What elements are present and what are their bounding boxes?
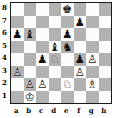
piece-black-pawn-f7[interactable]: ♟ xyxy=(75,16,85,29)
square-e4[interactable] xyxy=(61,53,74,66)
square-f7[interactable]: ♟ xyxy=(74,16,87,29)
square-d1[interactable] xyxy=(49,91,62,104)
square-c4[interactable]: ♟ xyxy=(36,53,49,66)
square-f2[interactable] xyxy=(74,78,87,91)
file-label-h: h xyxy=(98,105,111,117)
square-g7[interactable] xyxy=(86,16,99,29)
piece-black-bishop-b6[interactable]: ♝ xyxy=(25,28,35,41)
rank-label-2: 2 xyxy=(0,77,9,90)
piece-black-king-e8[interactable]: ♚ xyxy=(62,3,72,16)
square-h4[interactable] xyxy=(99,53,112,66)
piece-white-pawn-b2[interactable]: ♙ xyxy=(25,78,35,91)
square-b1[interactable]: ♔ xyxy=(24,91,37,104)
square-g1[interactable] xyxy=(86,91,99,104)
piece-white-pawn-g4[interactable]: ♙ xyxy=(87,53,97,66)
square-g8[interactable] xyxy=(86,3,99,16)
chess-diagram: ♚♟♟♝♟♝♞♟♘♟♙♙♙♙♙♘♗♔ 87654321 abcdefgh xyxy=(0,0,118,118)
square-b5[interactable] xyxy=(24,41,37,54)
square-f8[interactable] xyxy=(74,3,87,16)
square-a3[interactable]: ♙ xyxy=(11,66,24,79)
square-h6[interactable] xyxy=(99,28,112,41)
square-c1[interactable] xyxy=(36,91,49,104)
square-h8[interactable] xyxy=(99,3,112,16)
square-c6[interactable] xyxy=(36,28,49,41)
square-f4[interactable]: ♟ xyxy=(74,53,87,66)
square-h7[interactable] xyxy=(99,16,112,29)
square-d3[interactable] xyxy=(49,66,62,79)
piece-black-knight-e5[interactable]: ♞ xyxy=(62,41,72,54)
square-b8[interactable] xyxy=(24,3,37,16)
piece-white-pawn-f3[interactable]: ♙ xyxy=(75,66,85,79)
square-h2[interactable] xyxy=(99,78,112,91)
square-h1[interactable] xyxy=(99,91,112,104)
square-d7[interactable] xyxy=(49,16,62,29)
rank-label-5: 5 xyxy=(0,40,9,53)
square-a2[interactable] xyxy=(11,78,24,91)
square-h3[interactable] xyxy=(99,66,112,79)
square-b2[interactable]: ♙ xyxy=(24,78,37,91)
rank-label-1: 1 xyxy=(0,90,9,103)
square-d2[interactable] xyxy=(49,78,62,91)
square-g6[interactable] xyxy=(86,28,99,41)
piece-white-pawn-a3[interactable]: ♙ xyxy=(12,66,22,79)
square-b6[interactable]: ♝ xyxy=(24,28,37,41)
square-e2[interactable]: ♘ xyxy=(61,78,74,91)
square-e6[interactable]: ♟ xyxy=(61,28,74,41)
square-e1[interactable] xyxy=(61,91,74,104)
square-d8[interactable] xyxy=(49,3,62,16)
piece-black-pawn-e6[interactable]: ♟ xyxy=(62,28,72,41)
rank-label-7: 7 xyxy=(0,15,9,28)
file-label-g: g xyxy=(85,105,98,117)
piece-white-king-b1[interactable]: ♔ xyxy=(25,91,35,104)
square-g4[interactable]: ♙ xyxy=(86,53,99,66)
square-c8[interactable] xyxy=(36,3,49,16)
square-e5[interactable]: ♞ xyxy=(61,41,74,54)
rank-label-4: 4 xyxy=(0,52,9,65)
rank-label-8: 8 xyxy=(0,2,9,15)
chess-board: ♚♟♟♝♟♝♞♟♘♟♙♙♙♙♙♘♗♔ xyxy=(10,2,112,104)
piece-white-bishop-g2[interactable]: ♗ xyxy=(87,78,97,91)
square-c2[interactable]: ♙ xyxy=(36,78,49,91)
square-e8[interactable]: ♚ xyxy=(61,3,74,16)
square-a6[interactable]: ♟ xyxy=(11,28,24,41)
piece-black-pawn-c4[interactable]: ♟ xyxy=(37,53,47,66)
file-label-e: e xyxy=(60,105,73,117)
square-f1[interactable] xyxy=(74,91,87,104)
square-b4[interactable] xyxy=(24,53,37,66)
rank-label-6: 6 xyxy=(0,27,9,40)
piece-white-knight-d4[interactable]: ♘ xyxy=(50,53,60,66)
square-d4[interactable]: ♘ xyxy=(49,53,62,66)
square-a8[interactable] xyxy=(11,3,24,16)
file-label-c: c xyxy=(35,105,48,117)
file-label-b: b xyxy=(23,105,36,117)
piece-black-pawn-f4[interactable]: ♟ xyxy=(75,53,85,66)
piece-black-pawn-a6[interactable]: ♟ xyxy=(12,28,22,41)
piece-white-knight-e2[interactable]: ♘ xyxy=(62,78,72,91)
rank-label-3: 3 xyxy=(0,65,9,78)
piece-white-pawn-c2[interactable]: ♙ xyxy=(37,78,47,91)
file-label-d: d xyxy=(48,105,61,117)
square-c7[interactable] xyxy=(36,16,49,29)
square-a5[interactable] xyxy=(11,41,24,54)
square-f3[interactable]: ♙ xyxy=(74,66,87,79)
square-g2[interactable]: ♗ xyxy=(86,78,99,91)
square-h5[interactable] xyxy=(99,41,112,54)
square-d6[interactable] xyxy=(49,28,62,41)
square-a1[interactable] xyxy=(11,91,24,104)
square-a4[interactable] xyxy=(11,53,24,66)
square-f6[interactable] xyxy=(74,28,87,41)
file-label-f: f xyxy=(73,105,86,117)
file-label-a: a xyxy=(10,105,23,117)
